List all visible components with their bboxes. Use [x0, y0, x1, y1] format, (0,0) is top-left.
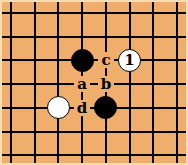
grid-line-horizontal	[2, 154, 186, 156]
black-stone	[71, 49, 94, 72]
grid-line-horizontal	[2, 12, 186, 14]
grid-line-horizontal	[2, 59, 186, 61]
grid-line-horizontal	[2, 83, 186, 85]
white-stone-1: 1	[118, 49, 141, 72]
point-label-c: c	[98, 52, 114, 68]
go-board: cabd1	[2, 2, 186, 163]
diagram-frame: cabd1	[0, 0, 188, 165]
grid-line-horizontal	[2, 131, 186, 133]
point-label-a: a	[74, 76, 90, 92]
black-stone	[94, 96, 117, 119]
white-stone	[47, 96, 70, 119]
stone-number: 1	[124, 53, 134, 68]
point-label-b: b	[98, 76, 114, 92]
grid-line-horizontal	[2, 36, 186, 38]
point-label-d: d	[74, 100, 90, 116]
